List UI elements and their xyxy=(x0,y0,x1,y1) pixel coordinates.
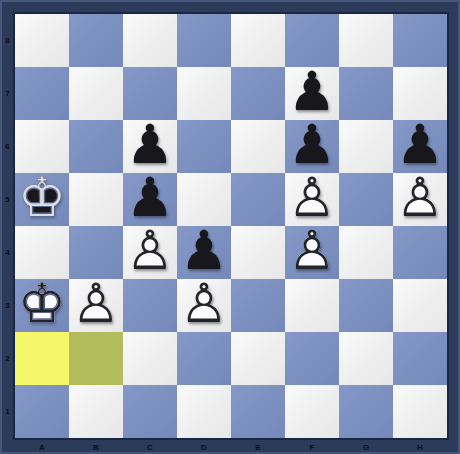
file-label-e: E xyxy=(231,440,285,454)
square-b3[interactable]: ♟♙ xyxy=(69,279,123,332)
square-b1[interactable] xyxy=(69,385,123,438)
square-a2[interactable] xyxy=(15,332,69,385)
black-pawn-glyph: ♟ xyxy=(123,171,177,224)
white-pawn-glyph: ♟ xyxy=(393,171,447,224)
rank-label-2: 2 xyxy=(0,332,15,385)
square-a8[interactable] xyxy=(15,14,69,67)
rank-label-7: 7 xyxy=(0,67,15,120)
white-pawn-glyph: ♟ xyxy=(285,171,339,224)
white-pawn: ♟♙ xyxy=(285,173,339,226)
square-a7[interactable] xyxy=(15,67,69,120)
square-g8[interactable] xyxy=(339,14,393,67)
square-f1[interactable] xyxy=(285,385,339,438)
square-b4[interactable] xyxy=(69,226,123,279)
square-b2[interactable] xyxy=(69,332,123,385)
black-pawn-glyph: ♟ xyxy=(393,118,447,171)
square-f8[interactable] xyxy=(285,14,339,67)
square-c3[interactable] xyxy=(123,279,177,332)
white-pawn-outline: ♙ xyxy=(177,277,231,330)
square-g4[interactable] xyxy=(339,226,393,279)
square-e4[interactable] xyxy=(231,226,285,279)
white-king: ♚♔ xyxy=(15,279,69,332)
rank-label-4: 4 xyxy=(0,226,15,279)
square-d3[interactable]: ♟♙ xyxy=(177,279,231,332)
black-king-glyph: ♚ xyxy=(15,171,69,224)
rank-coordinates: 87654321 xyxy=(0,14,15,438)
white-pawn: ♟♙ xyxy=(69,279,123,332)
white-pawn-outline: ♙ xyxy=(285,224,339,277)
rank-label-3: 3 xyxy=(0,279,15,332)
square-a1[interactable] xyxy=(15,385,69,438)
file-label-a: A xyxy=(15,440,69,454)
square-d7[interactable] xyxy=(177,67,231,120)
file-label-c: C xyxy=(123,440,177,454)
square-d2[interactable] xyxy=(177,332,231,385)
white-pawn: ♟♙ xyxy=(285,226,339,279)
square-a3[interactable]: ♚♔ xyxy=(15,279,69,332)
square-c8[interactable] xyxy=(123,14,177,67)
square-g2[interactable] xyxy=(339,332,393,385)
square-e8[interactable] xyxy=(231,14,285,67)
square-g6[interactable] xyxy=(339,120,393,173)
file-label-g: G xyxy=(339,440,393,454)
file-coordinates: ABCDEFGH xyxy=(15,440,447,454)
square-f2[interactable] xyxy=(285,332,339,385)
square-h2[interactable] xyxy=(393,332,447,385)
square-d5[interactable] xyxy=(177,173,231,226)
black-pawn: ♟ xyxy=(177,226,231,279)
rank-label-8: 8 xyxy=(0,14,15,67)
square-g3[interactable] xyxy=(339,279,393,332)
square-f4[interactable]: ♟♙ xyxy=(285,226,339,279)
black-pawn-glyph: ♟ xyxy=(285,65,339,118)
black-pawn-glyph: ♟ xyxy=(177,224,231,277)
square-b5[interactable] xyxy=(69,173,123,226)
square-h5[interactable]: ♟♙ xyxy=(393,173,447,226)
square-h6[interactable]: ♟ xyxy=(393,120,447,173)
black-pawn-glyph: ♟ xyxy=(123,118,177,171)
square-c1[interactable] xyxy=(123,385,177,438)
black-pawn: ♟ xyxy=(285,120,339,173)
square-h3[interactable] xyxy=(393,279,447,332)
white-pawn-outline: ♙ xyxy=(123,224,177,277)
square-h1[interactable] xyxy=(393,385,447,438)
square-e7[interactable] xyxy=(231,67,285,120)
square-d4[interactable]: ♟ xyxy=(177,226,231,279)
black-pawn-glyph: ♟ xyxy=(285,118,339,171)
rank-label-1: 1 xyxy=(0,385,15,438)
white-king-glyph: ♚ xyxy=(15,277,69,330)
file-label-d: D xyxy=(177,440,231,454)
white-pawn-outline: ♙ xyxy=(285,171,339,224)
black-pawn: ♟ xyxy=(393,120,447,173)
square-c2[interactable] xyxy=(123,332,177,385)
black-pawn: ♟ xyxy=(285,67,339,120)
square-c7[interactable] xyxy=(123,67,177,120)
square-a5[interactable]: ♚♔ xyxy=(15,173,69,226)
square-a4[interactable] xyxy=(15,226,69,279)
square-e3[interactable] xyxy=(231,279,285,332)
white-pawn: ♟♙ xyxy=(393,173,447,226)
white-pawn-glyph: ♟ xyxy=(69,277,123,330)
square-b8[interactable] xyxy=(69,14,123,67)
white-pawn: ♟♙ xyxy=(177,279,231,332)
black-pawn: ♟ xyxy=(123,173,177,226)
square-a6[interactable] xyxy=(15,120,69,173)
white-pawn-outline: ♙ xyxy=(393,171,447,224)
square-h8[interactable] xyxy=(393,14,447,67)
square-d1[interactable] xyxy=(177,385,231,438)
square-c6[interactable]: ♟ xyxy=(123,120,177,173)
white-king-outline: ♔ xyxy=(15,277,69,330)
square-d6[interactable] xyxy=(177,120,231,173)
black-king: ♚♔ xyxy=(15,173,69,226)
square-e2[interactable] xyxy=(231,332,285,385)
rank-label-5: 5 xyxy=(0,173,15,226)
square-d8[interactable] xyxy=(177,14,231,67)
square-f6[interactable]: ♟ xyxy=(285,120,339,173)
white-pawn-outline: ♙ xyxy=(69,277,123,330)
white-pawn-glyph: ♟ xyxy=(123,224,177,277)
black-pawn: ♟ xyxy=(123,120,177,173)
white-pawn-glyph: ♟ xyxy=(285,224,339,277)
square-f7[interactable]: ♟ xyxy=(285,67,339,120)
square-e5[interactable] xyxy=(231,173,285,226)
square-h4[interactable] xyxy=(393,226,447,279)
square-b6[interactable] xyxy=(69,120,123,173)
rank-label-6: 6 xyxy=(0,120,15,173)
square-g7[interactable] xyxy=(339,67,393,120)
square-f5[interactable]: ♟♙ xyxy=(285,173,339,226)
black-king-outline: ♔ xyxy=(15,171,69,224)
chess-board: ♟♟♟♟♚♔♟♟♙♟♙♟♙♟♟♙♚♔♟♙♟♙ xyxy=(15,14,447,438)
white-pawn-glyph: ♟ xyxy=(177,277,231,330)
square-g1[interactable] xyxy=(339,385,393,438)
square-c5[interactable]: ♟ xyxy=(123,173,177,226)
square-g5[interactable] xyxy=(339,173,393,226)
square-e1[interactable] xyxy=(231,385,285,438)
square-b7[interactable] xyxy=(69,67,123,120)
file-label-h: H xyxy=(393,440,447,454)
chess-app-window: { "game": "chess", "position": "8/5p2/2p… xyxy=(0,0,460,454)
white-pawn: ♟♙ xyxy=(123,226,177,279)
square-f3[interactable] xyxy=(285,279,339,332)
square-c4[interactable]: ♟♙ xyxy=(123,226,177,279)
square-e6[interactable] xyxy=(231,120,285,173)
square-h7[interactable] xyxy=(393,67,447,120)
file-label-b: B xyxy=(69,440,123,454)
file-label-f: F xyxy=(285,440,339,454)
